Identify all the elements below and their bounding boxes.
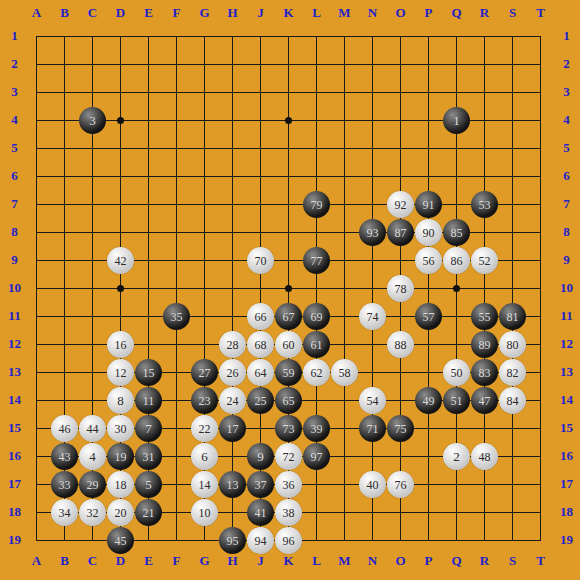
- stone-black-45[interactable]: 45: [107, 527, 134, 554]
- stone-move-number: 82: [507, 367, 519, 379]
- stone-move-number: 58: [339, 367, 351, 379]
- stone-black-57[interactable]: 57: [415, 303, 442, 330]
- row-label-right: 12: [553, 336, 580, 352]
- row-label-right: 8: [553, 224, 580, 240]
- stone-black-49[interactable]: 49: [415, 387, 442, 414]
- stone-move-number: 18: [115, 479, 127, 491]
- stone-move-number: 73: [283, 423, 295, 435]
- row-label-left: 14: [1, 392, 28, 408]
- stone-black-83[interactable]: 83: [471, 359, 498, 386]
- row-label-left: 1: [1, 28, 28, 44]
- column-label-top: T: [527, 5, 554, 21]
- stone-move-number: 7: [145, 422, 152, 435]
- stone-move-number: 94: [255, 535, 267, 547]
- row-label-left: 19: [1, 532, 28, 548]
- stone-move-number: 75: [395, 423, 407, 435]
- stone-white-28[interactable]: 28: [219, 331, 246, 358]
- column-label-top: O: [387, 5, 414, 21]
- column-label-top: K: [275, 5, 302, 21]
- stone-white-94[interactable]: 94: [247, 527, 274, 554]
- stone-move-number: 11: [143, 395, 155, 407]
- stone-move-number: 60: [283, 339, 295, 351]
- column-label-top: D: [107, 5, 134, 21]
- stone-white-4[interactable]: 4: [79, 443, 106, 470]
- row-label-right: 7: [553, 196, 580, 212]
- stone-white-68[interactable]: 68: [247, 331, 274, 358]
- row-label-left: 16: [1, 448, 28, 464]
- column-label-top: J: [247, 5, 274, 21]
- column-label-top: A: [23, 5, 50, 21]
- stone-move-number: 76: [395, 479, 407, 491]
- stone-black-95[interactable]: 95: [219, 527, 246, 554]
- stone-white-64[interactable]: 64: [247, 359, 274, 386]
- stone-move-number: 56: [423, 255, 435, 267]
- row-label-right: 2: [553, 56, 580, 72]
- stone-move-number: 17: [227, 423, 239, 435]
- stone-move-number: 50: [451, 367, 463, 379]
- row-label-left: 11: [1, 308, 28, 324]
- stone-black-93[interactable]: 93: [359, 219, 386, 246]
- column-label-bottom: B: [51, 553, 78, 569]
- stone-move-number: 42: [115, 255, 127, 267]
- stone-black-85[interactable]: 85: [443, 219, 470, 246]
- stone-white-60[interactable]: 60: [275, 331, 302, 358]
- stone-move-number: 87: [395, 227, 407, 239]
- star-point: [453, 285, 460, 292]
- stone-move-number: 38: [283, 507, 295, 519]
- row-label-right: 5: [553, 140, 580, 156]
- stone-move-number: 5: [145, 478, 152, 491]
- stone-white-58[interactable]: 58: [331, 359, 358, 386]
- row-label-left: 15: [1, 420, 28, 436]
- stone-white-50[interactable]: 50: [443, 359, 470, 386]
- stone-move-number: 64: [255, 367, 267, 379]
- stone-black-29[interactable]: 29: [79, 471, 106, 498]
- stone-black-65[interactable]: 65: [275, 387, 302, 414]
- stone-white-36[interactable]: 36: [275, 471, 302, 498]
- stone-move-number: 41: [255, 507, 267, 519]
- column-label-top: M: [331, 5, 358, 21]
- stone-move-number: 67: [283, 311, 295, 323]
- row-label-right: 19: [553, 532, 580, 548]
- stone-move-number: 13: [227, 479, 239, 491]
- stone-black-87[interactable]: 87: [387, 219, 414, 246]
- stone-white-40[interactable]: 40: [359, 471, 386, 498]
- stone-move-number: 31: [143, 451, 155, 463]
- stone-white-52[interactable]: 52: [471, 247, 498, 274]
- column-label-top: N: [359, 5, 386, 21]
- column-label-top: P: [415, 5, 442, 21]
- column-label-top: R: [471, 5, 498, 21]
- stone-move-number: 21: [143, 507, 155, 519]
- stone-move-number: 44: [87, 423, 99, 435]
- column-label-bottom: Q: [443, 553, 470, 569]
- stone-black-79[interactable]: 79: [303, 191, 330, 218]
- stone-move-number: 45: [115, 535, 127, 547]
- stone-move-number: 25: [255, 395, 267, 407]
- row-label-right: 11: [553, 308, 580, 324]
- stone-move-number: 30: [115, 423, 127, 435]
- stone-white-32[interactable]: 32: [79, 499, 106, 526]
- row-label-left: 10: [1, 280, 28, 296]
- column-label-top: H: [219, 5, 246, 21]
- stone-black-51[interactable]: 51: [443, 387, 470, 414]
- stone-white-10[interactable]: 10: [191, 499, 218, 526]
- stone-move-number: 72: [283, 451, 295, 463]
- stone-black-43[interactable]: 43: [51, 443, 78, 470]
- stone-move-number: 59: [283, 367, 295, 379]
- stone-move-number: 71: [367, 423, 379, 435]
- star-point: [285, 285, 292, 292]
- stone-white-14[interactable]: 14: [191, 471, 218, 498]
- stone-black-75[interactable]: 75: [387, 415, 414, 442]
- stone-move-number: 95: [227, 535, 239, 547]
- stone-move-number: 55: [479, 311, 491, 323]
- stone-black-69[interactable]: 69: [303, 303, 330, 330]
- stone-move-number: 70: [255, 255, 267, 267]
- stone-move-number: 80: [507, 339, 519, 351]
- stone-black-3[interactable]: 3: [79, 107, 106, 134]
- stone-black-47[interactable]: 47: [471, 387, 498, 414]
- stone-white-8[interactable]: 8: [107, 387, 134, 414]
- stone-move-number: 34: [59, 507, 71, 519]
- stone-move-number: 97: [311, 451, 323, 463]
- stone-move-number: 93: [367, 227, 379, 239]
- stone-move-number: 78: [395, 283, 407, 295]
- stone-black-91[interactable]: 91: [415, 191, 442, 218]
- stone-move-number: 20: [115, 507, 127, 519]
- stone-black-53[interactable]: 53: [471, 191, 498, 218]
- column-label-top: L: [303, 5, 330, 21]
- stone-black-71[interactable]: 71: [359, 415, 386, 442]
- stone-move-number: 66: [255, 311, 267, 323]
- stone-black-21[interactable]: 21: [135, 499, 162, 526]
- stone-black-35[interactable]: 35: [163, 303, 190, 330]
- stone-black-55[interactable]: 55: [471, 303, 498, 330]
- stone-move-number: 83: [479, 367, 491, 379]
- stone-move-number: 19: [115, 451, 127, 463]
- stone-white-74[interactable]: 74: [359, 303, 386, 330]
- stone-move-number: 61: [311, 339, 323, 351]
- stone-white-76[interactable]: 76: [387, 471, 414, 498]
- stone-white-86[interactable]: 86: [443, 247, 470, 274]
- row-label-left: 6: [1, 168, 28, 184]
- stone-move-number: 10: [199, 507, 211, 519]
- stone-black-1[interactable]: 1: [443, 107, 470, 134]
- grid-line: [372, 36, 373, 541]
- stone-move-number: 16: [115, 339, 127, 351]
- stone-black-25[interactable]: 25: [247, 387, 274, 414]
- stone-move-number: 4: [89, 450, 96, 463]
- stone-move-number: 27: [199, 367, 211, 379]
- stone-move-number: 57: [423, 311, 435, 323]
- stone-white-44[interactable]: 44: [79, 415, 106, 442]
- stone-move-number: 51: [451, 395, 463, 407]
- stone-white-22[interactable]: 22: [191, 415, 218, 442]
- row-label-left: 8: [1, 224, 28, 240]
- column-label-bottom: K: [275, 553, 302, 569]
- stone-move-number: 74: [367, 311, 379, 323]
- stone-move-number: 28: [227, 339, 239, 351]
- column-label-bottom: G: [191, 553, 218, 569]
- column-label-top: Q: [443, 5, 470, 21]
- column-label-bottom: J: [247, 553, 274, 569]
- stone-black-11[interactable]: 11: [135, 387, 162, 414]
- stone-move-number: 88: [395, 339, 407, 351]
- column-label-top: S: [499, 5, 526, 21]
- column-label-bottom: A: [23, 553, 50, 569]
- stone-white-18[interactable]: 18: [107, 471, 134, 498]
- stone-move-number: 8: [117, 394, 124, 407]
- stone-white-90[interactable]: 90: [415, 219, 442, 246]
- column-label-bottom: S: [499, 553, 526, 569]
- stone-move-number: 3: [89, 114, 96, 127]
- stone-black-73[interactable]: 73: [275, 415, 302, 442]
- stone-move-number: 84: [507, 395, 519, 407]
- stone-black-39[interactable]: 39: [303, 415, 330, 442]
- stone-black-67[interactable]: 67: [275, 303, 302, 330]
- stone-move-number: 49: [423, 395, 435, 407]
- stone-white-80[interactable]: 80: [499, 331, 526, 358]
- stone-move-number: 48: [479, 451, 491, 463]
- stone-white-48[interactable]: 48: [471, 443, 498, 470]
- stone-black-7[interactable]: 7: [135, 415, 162, 442]
- row-label-right: 4: [553, 112, 580, 128]
- row-label-right: 3: [553, 84, 580, 100]
- stone-black-59[interactable]: 59: [275, 359, 302, 386]
- column-label-bottom: F: [163, 553, 190, 569]
- stone-black-17[interactable]: 17: [219, 415, 246, 442]
- stone-move-number: 6: [201, 450, 208, 463]
- row-label-right: 10: [553, 280, 580, 296]
- stone-move-number: 91: [423, 199, 435, 211]
- stone-black-37[interactable]: 37: [247, 471, 274, 498]
- stone-white-72[interactable]: 72: [275, 443, 302, 470]
- row-label-left: 5: [1, 140, 28, 156]
- stone-move-number: 69: [311, 311, 323, 323]
- column-label-bottom: D: [107, 553, 134, 569]
- stone-black-77[interactable]: 77: [303, 247, 330, 274]
- stone-move-number: 32: [87, 507, 99, 519]
- grid-line: [540, 36, 541, 541]
- row-label-left: 17: [1, 476, 28, 492]
- row-label-left: 4: [1, 112, 28, 128]
- stone-black-33[interactable]: 33: [51, 471, 78, 498]
- stone-move-number: 35: [171, 311, 183, 323]
- stone-move-number: 81: [507, 311, 519, 323]
- stone-black-13[interactable]: 13: [219, 471, 246, 498]
- stone-move-number: 24: [227, 395, 239, 407]
- stone-white-92[interactable]: 92: [387, 191, 414, 218]
- stone-move-number: 1: [453, 114, 460, 127]
- stone-white-20[interactable]: 20: [107, 499, 134, 526]
- stone-move-number: 68: [255, 339, 267, 351]
- stone-white-12[interactable]: 12: [107, 359, 134, 386]
- stone-move-number: 15: [143, 367, 155, 379]
- star-point: [117, 285, 124, 292]
- row-label-left: 12: [1, 336, 28, 352]
- stone-black-31[interactable]: 31: [135, 443, 162, 470]
- column-label-top: F: [163, 5, 190, 21]
- stone-black-27[interactable]: 27: [191, 359, 218, 386]
- stone-move-number: 89: [479, 339, 491, 351]
- column-label-bottom: O: [387, 553, 414, 569]
- row-label-right: 13: [553, 364, 580, 380]
- stone-black-89[interactable]: 89: [471, 331, 498, 358]
- stone-white-96[interactable]: 96: [275, 527, 302, 554]
- row-label-right: 16: [553, 448, 580, 464]
- stone-white-30[interactable]: 30: [107, 415, 134, 442]
- stone-white-78[interactable]: 78: [387, 275, 414, 302]
- stone-move-number: 54: [367, 395, 379, 407]
- row-label-left: 9: [1, 252, 28, 268]
- stone-move-number: 26: [227, 367, 239, 379]
- stone-black-61[interactable]: 61: [303, 331, 330, 358]
- stone-white-42[interactable]: 42: [107, 247, 134, 274]
- stone-move-number: 40: [367, 479, 379, 491]
- stone-white-66[interactable]: 66: [247, 303, 274, 330]
- stone-move-number: 77: [311, 255, 323, 267]
- row-label-left: 2: [1, 56, 28, 72]
- stone-white-16[interactable]: 16: [107, 331, 134, 358]
- stone-white-84[interactable]: 84: [499, 387, 526, 414]
- stone-white-38[interactable]: 38: [275, 499, 302, 526]
- go-board[interactable]: AABBCCDDEEFFGGHHJJKKLLMMNNOOPPQQRRSSTT11…: [0, 0, 580, 580]
- column-label-bottom: E: [135, 553, 162, 569]
- row-label-left: 13: [1, 364, 28, 380]
- stone-white-62[interactable]: 62: [303, 359, 330, 386]
- column-label-bottom: P: [415, 553, 442, 569]
- row-label-right: 14: [553, 392, 580, 408]
- stone-move-number: 47: [479, 395, 491, 407]
- stone-black-97[interactable]: 97: [303, 443, 330, 470]
- stone-move-number: 43: [59, 451, 71, 463]
- stone-white-56[interactable]: 56: [415, 247, 442, 274]
- stone-move-number: 36: [283, 479, 295, 491]
- stone-white-34[interactable]: 34: [51, 499, 78, 526]
- stone-move-number: 65: [283, 395, 295, 407]
- stone-move-number: 62: [311, 367, 323, 379]
- column-label-top: B: [51, 5, 78, 21]
- column-label-bottom: C: [79, 553, 106, 569]
- grid-line: [428, 36, 429, 541]
- column-label-bottom: T: [527, 553, 554, 569]
- stone-move-number: 33: [59, 479, 71, 491]
- stone-move-number: 79: [311, 199, 323, 211]
- stone-move-number: 14: [199, 479, 211, 491]
- stone-move-number: 23: [199, 395, 211, 407]
- row-label-left: 7: [1, 196, 28, 212]
- stone-move-number: 52: [479, 255, 491, 267]
- stone-white-54[interactable]: 54: [359, 387, 386, 414]
- column-label-top: E: [135, 5, 162, 21]
- stone-white-26[interactable]: 26: [219, 359, 246, 386]
- stone-move-number: 96: [283, 535, 295, 547]
- stone-move-number: 90: [423, 227, 435, 239]
- row-label-right: 6: [553, 168, 580, 184]
- stone-move-number: 86: [451, 255, 463, 267]
- stone-move-number: 37: [255, 479, 267, 491]
- stone-white-24[interactable]: 24: [219, 387, 246, 414]
- row-label-left: 18: [1, 504, 28, 520]
- stone-black-15[interactable]: 15: [135, 359, 162, 386]
- stone-white-70[interactable]: 70: [247, 247, 274, 274]
- grid-line: [344, 36, 345, 541]
- column-label-bottom: H: [219, 553, 246, 569]
- column-label-bottom: M: [331, 553, 358, 569]
- row-label-right: 15: [553, 420, 580, 436]
- column-label-bottom: R: [471, 553, 498, 569]
- row-label-right: 17: [553, 476, 580, 492]
- stone-move-number: 39: [311, 423, 323, 435]
- stone-white-6[interactable]: 6: [191, 443, 218, 470]
- stone-move-number: 29: [87, 479, 99, 491]
- stone-black-41[interactable]: 41: [247, 499, 274, 526]
- column-label-bottom: N: [359, 553, 386, 569]
- stone-black-23[interactable]: 23: [191, 387, 218, 414]
- stone-move-number: 85: [451, 227, 463, 239]
- stone-white-88[interactable]: 88: [387, 331, 414, 358]
- row-label-right: 9: [553, 252, 580, 268]
- stone-move-number: 9: [257, 450, 264, 463]
- stone-white-2[interactable]: 2: [443, 443, 470, 470]
- stone-white-46[interactable]: 46: [51, 415, 78, 442]
- column-label-top: G: [191, 5, 218, 21]
- stone-move-number: 22: [199, 423, 211, 435]
- stone-move-number: 53: [479, 199, 491, 211]
- stone-move-number: 92: [395, 199, 407, 211]
- stone-white-82[interactable]: 82: [499, 359, 526, 386]
- stone-black-19[interactable]: 19: [107, 443, 134, 470]
- row-label-right: 18: [553, 504, 580, 520]
- column-label-top: C: [79, 5, 106, 21]
- stone-black-9[interactable]: 9: [247, 443, 274, 470]
- stone-move-number: 2: [453, 450, 460, 463]
- row-label-right: 1: [553, 28, 580, 44]
- grid-line: [512, 36, 513, 541]
- stone-move-number: 12: [115, 367, 127, 379]
- column-label-bottom: L: [303, 553, 330, 569]
- stone-black-81[interactable]: 81: [499, 303, 526, 330]
- star-point: [285, 117, 292, 124]
- star-point: [117, 117, 124, 124]
- stone-move-number: 46: [59, 423, 71, 435]
- stone-black-5[interactable]: 5: [135, 471, 162, 498]
- row-label-left: 3: [1, 84, 28, 100]
